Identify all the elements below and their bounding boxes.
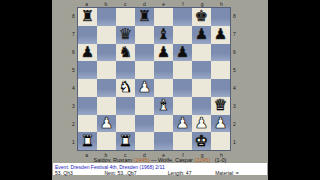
square-a8: ♜ (78, 8, 97, 26)
square-d4: ♟ (135, 79, 154, 97)
move-status-line: 53. Qh3 Next: 53...Qb7 Length: 47 Materi… (55, 170, 265, 176)
square-f4 (173, 79, 192, 97)
square-a1: ♜ (78, 132, 97, 150)
square-f6: ♟ (173, 44, 192, 62)
square-c7: ♛ (116, 26, 135, 44)
square-c1: ♜ (116, 132, 135, 150)
rank-labels-left: 87654321 (71, 7, 76, 151)
square-h5 (211, 61, 230, 79)
square-a7 (78, 26, 97, 44)
black-pawn: ♟ (195, 27, 208, 42)
black-pawn: ♟ (81, 45, 94, 60)
white-pawn: ♟ (176, 116, 189, 131)
black-pawn: ♟ (214, 27, 227, 42)
white-pawn: ♟ (138, 80, 151, 95)
square-b3 (97, 97, 116, 115)
game-length: Length: 47 (168, 170, 214, 176)
square-b2: ♟ (97, 115, 116, 133)
rank-label-2: 2 (71, 115, 76, 133)
square-e2 (154, 115, 173, 133)
diagram-area: abcdefgh 87654321 ♜♜♚♛♝♟♟♟♞♟♟♞♟♝♛♟♟♟♟♜♜♚… (52, 0, 268, 180)
black-pawn: ♟ (176, 45, 189, 60)
square-g2: ♟ (192, 115, 211, 133)
black-pawn: ♟ (157, 45, 170, 60)
rank-label-2: 2 (232, 115, 237, 133)
square-d5 (135, 61, 154, 79)
square-e5 (154, 61, 173, 79)
white-knight: ♞ (119, 80, 132, 95)
rank-label-1: 1 (71, 133, 76, 151)
info-strip: Event: Dresden Festival 4th, Dresden (19… (53, 163, 267, 175)
square-h4 (211, 79, 230, 97)
square-d3 (135, 97, 154, 115)
square-d1 (135, 132, 154, 150)
white-bishop: ♝ (157, 98, 170, 113)
white-queen: ♛ (214, 98, 227, 113)
square-g7: ♟ (192, 26, 211, 44)
square-h7: ♟ (211, 26, 230, 44)
square-c3 (116, 97, 135, 115)
square-a3 (78, 97, 97, 115)
next-move: Next: 53...Qb7 (104, 170, 166, 176)
black-rook: ♜ (138, 9, 151, 24)
square-h2: ♟ (211, 115, 230, 133)
rank-label-8: 8 (232, 7, 237, 25)
square-d7 (135, 26, 154, 44)
square-a4 (78, 79, 97, 97)
rank-label-3: 3 (232, 97, 237, 115)
video-frame: abcdefgh 87654321 ♜♜♚♛♝♟♟♟♞♟♟♞♟♝♛♟♟♟♟♜♜♚… (0, 0, 320, 180)
square-e4 (154, 79, 173, 97)
square-f7 (173, 26, 192, 44)
square-g5 (192, 61, 211, 79)
rank-labels-right: 87654321 (232, 7, 237, 151)
square-h6 (211, 44, 230, 62)
square-d2 (135, 115, 154, 133)
square-h1 (211, 132, 230, 150)
square-b6 (97, 44, 116, 62)
square-g1: ♚ (192, 132, 211, 150)
square-c8 (116, 8, 135, 26)
last-move: 53. Qh3 (55, 170, 103, 176)
rank-label-5: 5 (232, 61, 237, 79)
rank-label-6: 6 (71, 43, 76, 61)
rank-label-3: 3 (71, 97, 76, 115)
black-king: ♚ (195, 9, 208, 24)
square-b4 (97, 79, 116, 97)
square-h3: ♛ (211, 97, 230, 115)
square-d6 (135, 44, 154, 62)
black-knight: ♞ (119, 45, 132, 60)
square-c6: ♞ (116, 44, 135, 62)
white-pawn: ♟ (214, 116, 227, 131)
square-g6 (192, 44, 211, 62)
square-f1 (173, 132, 192, 150)
rank-label-6: 6 (232, 43, 237, 61)
square-f8 (173, 8, 192, 26)
square-c5 (116, 61, 135, 79)
square-f5 (173, 61, 192, 79)
rank-label-8: 8 (71, 7, 76, 25)
square-g4 (192, 79, 211, 97)
square-c2 (116, 115, 135, 133)
square-e8 (154, 8, 173, 26)
rank-label-5: 5 (71, 61, 76, 79)
square-e3: ♝ (154, 97, 173, 115)
square-e7: ♝ (154, 26, 173, 44)
white-pawn: ♟ (195, 116, 208, 131)
square-c4: ♞ (116, 79, 135, 97)
square-b1 (97, 132, 116, 150)
rank-label-1: 1 (232, 133, 237, 151)
square-b5 (97, 61, 116, 79)
material-balance: Material: = (215, 170, 238, 176)
square-a5 (78, 61, 97, 79)
rank-label-4: 4 (71, 79, 76, 97)
square-g8: ♚ (192, 8, 211, 26)
square-h8 (211, 8, 230, 26)
square-e6: ♟ (154, 44, 173, 62)
rank-label-7: 7 (232, 25, 237, 43)
square-g3 (192, 97, 211, 115)
black-bishop: ♝ (157, 27, 170, 42)
white-pawn: ♟ (100, 116, 113, 131)
square-d8: ♜ (135, 8, 154, 26)
rank-label-7: 7 (71, 25, 76, 43)
white-king: ♚ (195, 134, 208, 149)
square-f3 (173, 97, 192, 115)
square-a2 (78, 115, 97, 133)
black-queen: ♛ (119, 27, 132, 42)
square-b8 (97, 8, 116, 26)
square-b7 (97, 26, 116, 44)
square-a6: ♟ (78, 44, 97, 62)
white-rook: ♜ (119, 134, 132, 149)
rank-label-4: 4 (232, 79, 237, 97)
black-rook: ♜ (81, 9, 94, 24)
white-rook: ♜ (81, 134, 94, 149)
chess-board: ♜♜♚♛♝♟♟♟♞♟♟♞♟♝♛♟♟♟♟♜♜♚ (77, 7, 231, 151)
square-f2: ♟ (173, 115, 192, 133)
square-e1 (154, 132, 173, 150)
